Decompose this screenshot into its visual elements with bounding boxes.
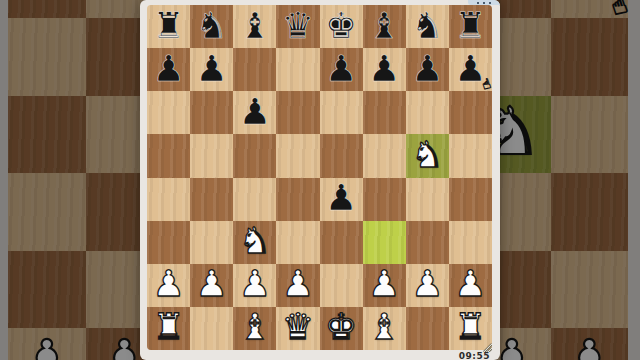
- square-h7[interactable]: ♟☝: [449, 48, 492, 91]
- piece-white-pawn[interactable]: ♟: [233, 264, 276, 307]
- piece-black-rook[interactable]: ♜: [449, 5, 492, 48]
- square-f8[interactable]: ♝: [363, 5, 406, 48]
- square-f6[interactable]: [363, 91, 406, 134]
- square-a4[interactable]: [147, 178, 190, 221]
- square-b8[interactable]: ♞: [190, 5, 233, 48]
- square-g1[interactable]: [406, 307, 449, 350]
- square-b2[interactable]: ♟: [190, 264, 233, 307]
- square-c2[interactable]: ♟: [233, 264, 276, 307]
- piece-white-knight[interactable]: ♞: [233, 221, 276, 264]
- piece-black-pawn[interactable]: ♟: [190, 48, 233, 91]
- piece-black-pawn[interactable]: ♟: [320, 178, 363, 221]
- piece-white-pawn[interactable]: ♟: [190, 264, 233, 307]
- piece-white-king[interactable]: ♚: [320, 307, 363, 350]
- piece-black-rook[interactable]: ♜: [147, 5, 190, 48]
- phone-screenshot-panel: ♜♞♝♛♚♝♞♜♟♟♟♟♟♟☝♟♞♟♞♟♟♟♟♟♟♟♜♝♛♚♝♜ 09:55: [140, 0, 500, 360]
- square-f4[interactable]: [363, 178, 406, 221]
- piece-black-queen[interactable]: ♛: [276, 5, 319, 48]
- square-c1[interactable]: ♝: [233, 307, 276, 350]
- square-c6[interactable]: ♟: [233, 91, 276, 134]
- square-g4[interactable]: [406, 178, 449, 221]
- piece-white-pawn[interactable]: ♟: [363, 264, 406, 307]
- square-e3[interactable]: [320, 221, 363, 264]
- piece-black-pawn[interactable]: ♟: [363, 48, 406, 91]
- square-e5[interactable]: [320, 134, 363, 177]
- chess-board[interactable]: ♜♞♝♛♚♝♞♜♟♟♟♟♟♟☝♟♞♟♞♟♟♟♟♟♟♟♜♝♛♚♝♜: [147, 5, 492, 350]
- square-e6[interactable]: [320, 91, 363, 134]
- square-d4[interactable]: [276, 178, 319, 221]
- piece-black-pawn[interactable]: ♟: [406, 48, 449, 91]
- square-a5[interactable]: [147, 134, 190, 177]
- square-d2[interactable]: ♟: [276, 264, 319, 307]
- square-f1[interactable]: ♝: [363, 307, 406, 350]
- square-c5[interactable]: [233, 134, 276, 177]
- square-b7[interactable]: ♟: [190, 48, 233, 91]
- screen: ♜♞♝♛♚♝♞♜♟♟♟♟♟♟☝♟♞♟♞♟♟♟♟♟♟♟♜♝♛♚♝♜ ♜♞♝♛♚♝♞…: [0, 0, 640, 360]
- piece-white-pawn[interactable]: ♟: [147, 264, 190, 307]
- square-f7[interactable]: ♟: [363, 48, 406, 91]
- square-d5[interactable]: [276, 134, 319, 177]
- square-d8[interactable]: ♛: [276, 5, 319, 48]
- square-h4[interactable]: [449, 178, 492, 221]
- piece-white-knight[interactable]: ♞: [406, 134, 449, 177]
- square-g8[interactable]: ♞: [406, 5, 449, 48]
- square-e7[interactable]: ♟: [320, 48, 363, 91]
- piece-white-rook[interactable]: ♜: [147, 307, 190, 350]
- square-h8[interactable]: ♜: [449, 5, 492, 48]
- piece-white-pawn[interactable]: ♟: [276, 264, 319, 307]
- square-a3[interactable]: [147, 221, 190, 264]
- piece-black-pawn[interactable]: ♟: [147, 48, 190, 91]
- piece-white-bishop[interactable]: ♝: [233, 307, 276, 350]
- square-c7[interactable]: [233, 48, 276, 91]
- square-g3[interactable]: [406, 221, 449, 264]
- square-e2[interactable]: [320, 264, 363, 307]
- piece-white-pawn[interactable]: ♟: [406, 264, 449, 307]
- piece-black-pawn[interactable]: ♟: [233, 91, 276, 134]
- piece-black-knight[interactable]: ♞: [190, 5, 233, 48]
- square-c4[interactable]: [233, 178, 276, 221]
- piece-black-knight[interactable]: ♞: [406, 5, 449, 48]
- piece-white-pawn[interactable]: ♟: [449, 264, 492, 307]
- square-h3[interactable]: [449, 221, 492, 264]
- square-b5[interactable]: [190, 134, 233, 177]
- square-a2[interactable]: ♟: [147, 264, 190, 307]
- square-d6[interactable]: [276, 91, 319, 134]
- square-a6[interactable]: [147, 91, 190, 134]
- square-b6[interactable]: [190, 91, 233, 134]
- square-g7[interactable]: ♟: [406, 48, 449, 91]
- square-d1[interactable]: ♛: [276, 307, 319, 350]
- piece-white-queen[interactable]: ♛: [276, 307, 319, 350]
- square-f2[interactable]: ♟: [363, 264, 406, 307]
- square-a1[interactable]: ♜: [147, 307, 190, 350]
- square-b1[interactable]: [190, 307, 233, 350]
- square-d7[interactable]: [276, 48, 319, 91]
- square-h2[interactable]: ♟: [449, 264, 492, 307]
- square-e1[interactable]: ♚: [320, 307, 363, 350]
- bottom-clock: 09:55: [459, 351, 490, 360]
- square-d3[interactable]: [276, 221, 319, 264]
- piece-black-bishop[interactable]: ♝: [363, 5, 406, 48]
- square-e8[interactable]: ♚: [320, 5, 363, 48]
- square-g2[interactable]: ♟: [406, 264, 449, 307]
- square-b3[interactable]: [190, 221, 233, 264]
- square-c8[interactable]: ♝: [233, 5, 276, 48]
- square-h5[interactable]: [449, 134, 492, 177]
- square-e4[interactable]: ♟: [320, 178, 363, 221]
- piece-white-bishop[interactable]: ♝: [363, 307, 406, 350]
- square-h6[interactable]: [449, 91, 492, 134]
- square-f3[interactable]: [363, 221, 406, 264]
- piece-black-king[interactable]: ♚: [320, 5, 363, 48]
- square-c3[interactable]: ♞: [233, 221, 276, 264]
- square-g6[interactable]: [406, 91, 449, 134]
- piece-black-pawn[interactable]: ♟: [320, 48, 363, 91]
- square-b4[interactable]: [190, 178, 233, 221]
- square-a8[interactable]: ♜: [147, 5, 190, 48]
- square-a7[interactable]: ♟: [147, 48, 190, 91]
- square-g5[interactable]: ♞: [406, 134, 449, 177]
- piece-black-bishop[interactable]: ♝: [233, 5, 276, 48]
- square-f5[interactable]: [363, 134, 406, 177]
